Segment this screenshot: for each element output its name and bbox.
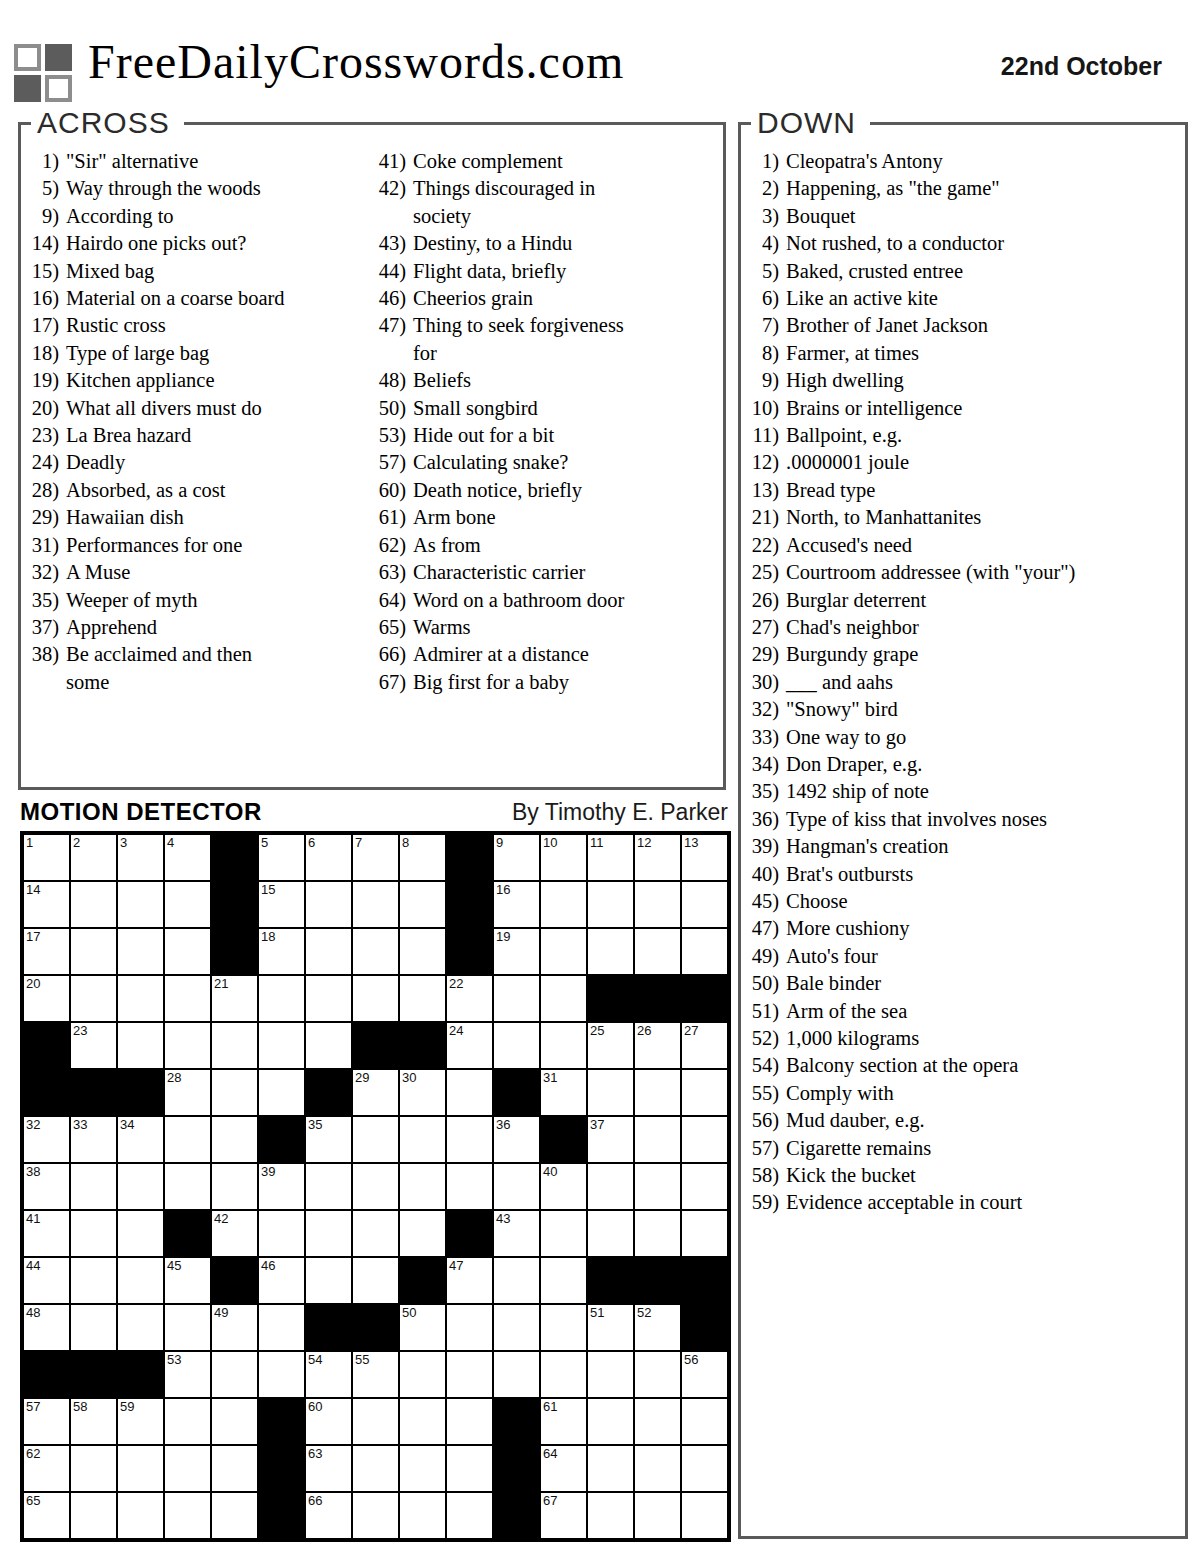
across-clue-46: 46)Cheerios grain — [368, 285, 718, 312]
grid-cell-r9c13[interactable] — [587, 1210, 634, 1257]
grid-cell-r1c3[interactable]: 3 — [117, 834, 164, 881]
grid-cell-r14c14[interactable] — [634, 1445, 681, 1492]
grid-cell-r12c15[interactable]: 56 — [681, 1351, 728, 1398]
clue-number: 44) — [368, 258, 406, 285]
across-clue-15: 15)Mixed bag — [21, 258, 368, 285]
grid-cell-r10c10[interactable]: 47 — [446, 1257, 493, 1304]
down-clue-45: 45)Choose — [741, 888, 1171, 915]
cell-number: 16 — [496, 882, 510, 897]
clue-number: 46) — [368, 285, 406, 312]
clue-number: 2) — [741, 175, 779, 202]
grid-cell-r11c14[interactable]: 52 — [634, 1304, 681, 1351]
down-clue-8: 8)Farmer, at times — [741, 340, 1171, 367]
grid-cell-r6c15[interactable] — [681, 1069, 728, 1116]
grid-cell-r12c6[interactable] — [258, 1351, 305, 1398]
grid-cell-r12c5[interactable] — [211, 1351, 258, 1398]
clue-number: 61) — [368, 504, 406, 531]
clue-number: 54) — [741, 1052, 779, 1079]
grid-cell-r5c5[interactable] — [211, 1022, 258, 1069]
grid-cell-r6c6[interactable] — [258, 1069, 305, 1116]
clue-text: Brother of Janet Jackson — [786, 312, 988, 339]
grid-cell-r12c10[interactable] — [446, 1351, 493, 1398]
grid-cell-r13c1[interactable]: 57 — [23, 1398, 70, 1445]
cell-number: 30 — [402, 1070, 416, 1085]
grid-cell-r5c10[interactable]: 24 — [446, 1022, 493, 1069]
black-cell-r9c4 — [164, 1210, 211, 1257]
grid-cell-r8c12[interactable]: 40 — [540, 1163, 587, 1210]
grid-cell-r15c5[interactable] — [211, 1492, 258, 1539]
clue-number: 15) — [21, 258, 59, 285]
grid-cell-r13c9[interactable] — [399, 1398, 446, 1445]
clue-text: Way through the woods — [66, 175, 261, 202]
down-clue-11: 11)Ballpoint, e.g. — [741, 422, 1171, 449]
clue-text: Balcony section at the opera — [786, 1052, 1018, 1079]
black-cell-r12c2 — [70, 1351, 117, 1398]
black-cell-r15c6 — [258, 1492, 305, 1539]
grid-cell-r10c8[interactable] — [352, 1257, 399, 1304]
clue-number: 26) — [741, 587, 779, 614]
grid-cell-r9c12[interactable] — [540, 1210, 587, 1257]
grid-cell-r6c4[interactable]: 28 — [164, 1069, 211, 1116]
grid-cell-r12c9[interactable] — [399, 1351, 446, 1398]
grid-cell-r5c11[interactable] — [493, 1022, 540, 1069]
grid-cell-r14c7[interactable]: 63 — [305, 1445, 352, 1492]
clue-text: Brains or intelligence — [786, 395, 962, 422]
grid-cell-r9c11[interactable]: 43 — [493, 1210, 540, 1257]
grid-cell-r11c6[interactable] — [258, 1304, 305, 1351]
down-heading: DOWN — [751, 106, 870, 140]
down-clue-25: 25)Courtroom addressee (with "your") — [741, 559, 1171, 586]
across-clue-41: 41)Coke complement — [368, 148, 718, 175]
grid-cell-r7c3[interactable]: 34 — [117, 1116, 164, 1163]
grid-cell-r3c1[interactable]: 17 — [23, 928, 70, 975]
grid-cell-r13c14[interactable] — [634, 1398, 681, 1445]
cell-number: 26 — [637, 1023, 651, 1038]
grid-cell-r3c12[interactable] — [540, 928, 587, 975]
grid-cell-r14c2[interactable] — [70, 1445, 117, 1492]
puzzle-title: MOTION DETECTOR — [20, 798, 262, 826]
clue-number: 37) — [21, 614, 59, 641]
clue-number: 21) — [741, 504, 779, 531]
grid-cell-r9c9[interactable] — [399, 1210, 446, 1257]
clue-text: Cleopatra's Antony — [786, 148, 943, 175]
grid-cell-r4c5[interactable]: 21 — [211, 975, 258, 1022]
clue-number: 56) — [741, 1107, 779, 1134]
grid-cell-r3c15[interactable] — [681, 928, 728, 975]
grid-cell-r3c13[interactable] — [587, 928, 634, 975]
grid-cell-r15c14[interactable] — [634, 1492, 681, 1539]
across-clue-67: 67)Big first for a baby — [368, 669, 718, 696]
clue-number: 60) — [368, 477, 406, 504]
clue-number: 9) — [741, 367, 779, 394]
grid-cell-r8c2[interactable] — [70, 1163, 117, 1210]
clue-number: 29) — [741, 641, 779, 668]
cell-number: 9 — [496, 835, 503, 850]
grid-cell-r14c12[interactable]: 64 — [540, 1445, 587, 1492]
grid-cell-r15c9[interactable] — [399, 1492, 446, 1539]
grid-cell-r8c11[interactable] — [493, 1163, 540, 1210]
clue-number: 58) — [741, 1162, 779, 1189]
grid-cell-r10c11[interactable] — [493, 1257, 540, 1304]
grid-cell-r8c13[interactable] — [587, 1163, 634, 1210]
grid-cell-r11c11[interactable] — [493, 1304, 540, 1351]
grid-cell-r9c2[interactable] — [70, 1210, 117, 1257]
black-cell-r10c13 — [587, 1257, 634, 1304]
grid-cell-r5c14[interactable]: 26 — [634, 1022, 681, 1069]
grid-cell-r5c12[interactable] — [540, 1022, 587, 1069]
down-clue-29: 29)Burgundy grape — [741, 641, 1171, 668]
grid-cell-r5c7[interactable] — [305, 1022, 352, 1069]
grid-cell-r14c15[interactable] — [681, 1445, 728, 1492]
grid-cell-r13c7[interactable]: 60 — [305, 1398, 352, 1445]
grid-cell-r11c10[interactable] — [446, 1304, 493, 1351]
down-clue-13: 13)Bread type — [741, 477, 1171, 504]
clue-number: 4) — [741, 230, 779, 257]
grid-cell-r1c14[interactable]: 12 — [634, 834, 681, 881]
grid-cell-r8c5[interactable] — [211, 1163, 258, 1210]
grid-cell-r6c9[interactable]: 30 — [399, 1069, 446, 1116]
grid-cell-r13c15[interactable] — [681, 1398, 728, 1445]
grid-cell-r6c10[interactable] — [446, 1069, 493, 1116]
grid-cell-r14c9[interactable] — [399, 1445, 446, 1492]
clue-text: Hangman's creation — [786, 833, 949, 860]
cell-number: 25 — [590, 1023, 604, 1038]
clue-text: Bouquet — [786, 203, 855, 230]
grid-cell-r12c13[interactable] — [587, 1351, 634, 1398]
grid-cell-r10c6[interactable]: 46 — [258, 1257, 305, 1304]
grid-cell-r7c14[interactable] — [634, 1116, 681, 1163]
clue-text: Be acclaimed and then some — [66, 641, 252, 696]
grid-cell-r2c6[interactable]: 15 — [258, 881, 305, 928]
grid-cell-r1c7[interactable]: 6 — [305, 834, 352, 881]
grid-cell-r13c4[interactable] — [164, 1398, 211, 1445]
clue-number: 16) — [21, 285, 59, 312]
clue-number: 28) — [21, 477, 59, 504]
cell-number: 1 — [26, 835, 33, 850]
grid-cell-r10c2[interactable] — [70, 1257, 117, 1304]
grid-cell-r7c1[interactable]: 32 — [23, 1116, 70, 1163]
grid-cell-r4c6[interactable] — [258, 975, 305, 1022]
grid-cell-r8c9[interactable] — [399, 1163, 446, 1210]
clue-text: Courtroom addressee (with "your") — [786, 559, 1075, 586]
grid-cell-r1c12[interactable]: 10 — [540, 834, 587, 881]
grid-cell-r3c9[interactable] — [399, 928, 446, 975]
grid-cell-r14c3[interactable] — [117, 1445, 164, 1492]
grid-cell-r1c9[interactable]: 8 — [399, 834, 446, 881]
grid-cell-r9c1[interactable]: 41 — [23, 1210, 70, 1257]
down-clue-10: 10)Brains or intelligence — [741, 395, 1171, 422]
grid-cell-r9c7[interactable] — [305, 1210, 352, 1257]
grid-cell-r2c3[interactable] — [117, 881, 164, 928]
grid-cell-r7c8[interactable] — [352, 1116, 399, 1163]
grid-cell-r11c9[interactable]: 50 — [399, 1304, 446, 1351]
grid-cell-r5c4[interactable] — [164, 1022, 211, 1069]
grid-cell-r7c15[interactable] — [681, 1116, 728, 1163]
clue-text: Things discouraged in society — [413, 175, 595, 230]
grid-cell-r15c8[interactable] — [352, 1492, 399, 1539]
grid-cell-r14c8[interactable] — [352, 1445, 399, 1492]
grid-cell-r5c6[interactable] — [258, 1022, 305, 1069]
puzzle-title-bar: MOTION DETECTOR By Timothy E. Parker — [20, 798, 728, 826]
grid-cell-r2c4[interactable] — [164, 881, 211, 928]
grid-cell-r10c12[interactable] — [540, 1257, 587, 1304]
grid-cell-r6c14[interactable] — [634, 1069, 681, 1116]
black-cell-r10c9 — [399, 1257, 446, 1304]
clue-number: 35) — [741, 778, 779, 805]
black-cell-r6c1 — [23, 1069, 70, 1116]
grid-cell-r9c8[interactable] — [352, 1210, 399, 1257]
across-clue-20: 20)What all divers must do — [21, 395, 368, 422]
cell-number: 22 — [449, 976, 463, 991]
grid-cell-r12c4[interactable]: 53 — [164, 1351, 211, 1398]
grid-cell-r9c5[interactable]: 42 — [211, 1210, 258, 1257]
grid-cell-r8c3[interactable] — [117, 1163, 164, 1210]
grid-cell-r12c14[interactable] — [634, 1351, 681, 1398]
grid-cell-r4c11[interactable] — [493, 975, 540, 1022]
grid-cell-r3c6[interactable]: 18 — [258, 928, 305, 975]
cell-number: 40 — [543, 1164, 557, 1179]
grid-cell-r11c1[interactable]: 48 — [23, 1304, 70, 1351]
across-clue-66: 66)Admirer at a distance — [368, 641, 718, 668]
cell-number: 10 — [543, 835, 557, 850]
grid-cell-r1c13[interactable]: 11 — [587, 834, 634, 881]
clue-text: 1492 ship of note — [786, 778, 929, 805]
grid-cell-r2c15[interactable] — [681, 881, 728, 928]
cell-number: 8 — [402, 835, 409, 850]
grid-cell-r12c7[interactable]: 54 — [305, 1351, 352, 1398]
grid-cell-r15c3[interactable] — [117, 1492, 164, 1539]
grid-cell-r7c9[interactable] — [399, 1116, 446, 1163]
grid-cell-r8c10[interactable] — [446, 1163, 493, 1210]
grid-cell-r1c15[interactable]: 13 — [681, 834, 728, 881]
grid-cell-r15c4[interactable] — [164, 1492, 211, 1539]
grid-cell-r1c4[interactable]: 4 — [164, 834, 211, 881]
grid-cell-r15c13[interactable] — [587, 1492, 634, 1539]
grid-cell-r1c6[interactable]: 5 — [258, 834, 305, 881]
down-clue-6: 6)Like an active kite — [741, 285, 1171, 312]
clue-number: 50) — [368, 395, 406, 422]
grid-cell-r4c7[interactable] — [305, 975, 352, 1022]
grid-cell-r8c15[interactable] — [681, 1163, 728, 1210]
grid-cell-r7c2[interactable]: 33 — [70, 1116, 117, 1163]
grid-cell-r1c1[interactable]: 1 — [23, 834, 70, 881]
grid-cell-r12c8[interactable]: 55 — [352, 1351, 399, 1398]
grid-cell-r13c8[interactable] — [352, 1398, 399, 1445]
clue-number: 38) — [21, 641, 59, 696]
clue-text: Burglar deterrent — [786, 587, 926, 614]
grid-cell-r4c8[interactable] — [352, 975, 399, 1022]
grid-cell-r11c5[interactable]: 49 — [211, 1304, 258, 1351]
grid-cell-r12c12[interactable] — [540, 1351, 587, 1398]
clue-text: North, to Manhattanites — [786, 504, 981, 531]
cell-number: 44 — [26, 1258, 40, 1273]
grid-cell-r10c7[interactable] — [305, 1257, 352, 1304]
black-cell-r7c12 — [540, 1116, 587, 1163]
across-clue-24: 24)Deadly — [21, 449, 368, 476]
clue-number: 10) — [741, 395, 779, 422]
grid-cell-r1c11[interactable]: 9 — [493, 834, 540, 881]
clue-number: 17) — [21, 312, 59, 339]
grid-cell-r6c13[interactable] — [587, 1069, 634, 1116]
grid-cell-r10c1[interactable]: 44 — [23, 1257, 70, 1304]
grid-cell-r2c9[interactable] — [399, 881, 446, 928]
grid-cell-r2c14[interactable] — [634, 881, 681, 928]
clue-number: 57) — [368, 449, 406, 476]
grid-cell-r3c8[interactable] — [352, 928, 399, 975]
across-clue-37: 37)Apprehend — [21, 614, 368, 641]
grid-cell-r14c1[interactable]: 62 — [23, 1445, 70, 1492]
across-clue-28: 28)Absorbed, as a cost — [21, 477, 368, 504]
cell-number: 12 — [637, 835, 651, 850]
down-clue-47: 47)More cushiony — [741, 915, 1171, 942]
grid-cell-r3c14[interactable] — [634, 928, 681, 975]
grid-cell-r10c4[interactable]: 45 — [164, 1257, 211, 1304]
clue-text: Big first for a baby — [413, 669, 569, 696]
down-clue-7: 7)Brother of Janet Jackson — [741, 312, 1171, 339]
grid-cell-r2c13[interactable] — [587, 881, 634, 928]
grid-cell-r15c7[interactable]: 66 — [305, 1492, 352, 1539]
grid-cell-r3c11[interactable]: 19 — [493, 928, 540, 975]
clue-number: 40) — [741, 861, 779, 888]
grid-cell-r15c10[interactable] — [446, 1492, 493, 1539]
grid-cell-r9c14[interactable] — [634, 1210, 681, 1257]
across-clue-5: 5)Way through the woods — [21, 175, 368, 202]
clue-text: Auto's four — [786, 943, 878, 970]
down-clue-58: 58)Kick the bucket — [741, 1162, 1171, 1189]
grid-cell-r14c4[interactable] — [164, 1445, 211, 1492]
grid-cell-r11c2[interactable] — [70, 1304, 117, 1351]
clue-number: 64) — [368, 587, 406, 614]
cell-number: 13 — [684, 835, 698, 850]
cell-number: 52 — [637, 1305, 651, 1320]
grid-cell-r13c2[interactable]: 58 — [70, 1398, 117, 1445]
across-clue-44: 44)Flight data, briefly — [368, 258, 718, 285]
grid-cell-r12c11[interactable] — [493, 1351, 540, 1398]
puzzle-byline: By Timothy E. Parker — [512, 799, 728, 826]
grid-cell-r5c2[interactable]: 23 — [70, 1022, 117, 1069]
clue-text: Brat's outbursts — [786, 861, 913, 888]
grid-cell-r11c3[interactable] — [117, 1304, 164, 1351]
grid-cell-r2c1[interactable]: 14 — [23, 881, 70, 928]
down-clue-2: 2)Happening, as "the game" — [741, 175, 1171, 202]
across-clue-column-1: 1)"Sir" alternative5)Way through the woo… — [21, 148, 368, 696]
black-cell-r14c11 — [493, 1445, 540, 1492]
grid-cell-r1c8[interactable]: 7 — [352, 834, 399, 881]
grid-cell-r3c2[interactable] — [70, 928, 117, 975]
down-clue-32: 32)"Snowy" bird — [741, 696, 1171, 723]
puzzle-date: 22nd October — [1001, 52, 1162, 81]
grid-cell-r4c9[interactable] — [399, 975, 446, 1022]
grid-cell-r8c7[interactable] — [305, 1163, 352, 1210]
black-cell-r12c3 — [117, 1351, 164, 1398]
clue-text: Hide out for a bit — [413, 422, 554, 449]
grid-cell-r15c2[interactable] — [70, 1492, 117, 1539]
grid-cell-r13c10[interactable] — [446, 1398, 493, 1445]
grid-cell-r2c7[interactable] — [305, 881, 352, 928]
grid-cell-r4c10[interactable]: 22 — [446, 975, 493, 1022]
grid-cell-r3c7[interactable] — [305, 928, 352, 975]
grid-cell-r7c5[interactable] — [211, 1116, 258, 1163]
grid-cell-r7c4[interactable] — [164, 1116, 211, 1163]
black-cell-r4c13 — [587, 975, 634, 1022]
cell-number: 63 — [308, 1446, 322, 1461]
grid-cell-r8c4[interactable] — [164, 1163, 211, 1210]
grid-cell-r13c13[interactable] — [587, 1398, 634, 1445]
grid-cell-r7c13[interactable]: 37 — [587, 1116, 634, 1163]
grid-cell-r15c12[interactable]: 67 — [540, 1492, 587, 1539]
grid-cell-r4c1[interactable]: 20 — [23, 975, 70, 1022]
grid-cell-r13c12[interactable]: 61 — [540, 1398, 587, 1445]
clue-text: Arm bone — [413, 504, 496, 531]
grid-cell-r11c13[interactable]: 51 — [587, 1304, 634, 1351]
clue-number: 13) — [741, 477, 779, 504]
grid-cell-r11c12[interactable] — [540, 1304, 587, 1351]
grid-cell-r13c3[interactable]: 59 — [117, 1398, 164, 1445]
clue-number: 63) — [368, 559, 406, 586]
black-cell-r15c11 — [493, 1492, 540, 1539]
down-clue-30: 30)___ and aahs — [741, 669, 1171, 696]
grid-cell-r5c3[interactable] — [117, 1022, 164, 1069]
grid-cell-r9c3[interactable] — [117, 1210, 164, 1257]
grid-cell-r2c11[interactable]: 16 — [493, 881, 540, 928]
grid-cell-r8c6[interactable]: 39 — [258, 1163, 305, 1210]
grid-cell-r10c3[interactable] — [117, 1257, 164, 1304]
grid-cell-r15c15[interactable] — [681, 1492, 728, 1539]
grid-cell-r5c15[interactable]: 27 — [681, 1022, 728, 1069]
cell-number: 64 — [543, 1446, 557, 1461]
black-cell-r2c5 — [211, 881, 258, 928]
grid-cell-r7c10[interactable] — [446, 1116, 493, 1163]
grid-cell-r7c7[interactable]: 35 — [305, 1116, 352, 1163]
grid-cell-r6c5[interactable] — [211, 1069, 258, 1116]
grid-cell-r2c12[interactable] — [540, 881, 587, 928]
grid-cell-r5c13[interactable]: 25 — [587, 1022, 634, 1069]
grid-cell-r4c3[interactable] — [117, 975, 164, 1022]
grid-cell-r6c12[interactable]: 31 — [540, 1069, 587, 1116]
grid-cell-r8c1[interactable]: 38 — [23, 1163, 70, 1210]
grid-cell-r14c5[interactable] — [211, 1445, 258, 1492]
clue-text: Comply with — [786, 1080, 894, 1107]
clue-number: 19) — [21, 367, 59, 394]
grid-cell-r14c10[interactable] — [446, 1445, 493, 1492]
grid-cell-r1c2[interactable]: 2 — [70, 834, 117, 881]
grid-cell-r6c8[interactable]: 29 — [352, 1069, 399, 1116]
grid-cell-r2c8[interactable] — [352, 881, 399, 928]
black-cell-r9c10 — [446, 1210, 493, 1257]
clue-number: 24) — [21, 449, 59, 476]
clue-number: 59) — [741, 1189, 779, 1216]
grid-cell-r8c8[interactable] — [352, 1163, 399, 1210]
grid-cell-r4c4[interactable] — [164, 975, 211, 1022]
grid-cell-r7c11[interactable]: 36 — [493, 1116, 540, 1163]
grid-cell-r4c2[interactable] — [70, 975, 117, 1022]
down-clue-9: 9)High dwelling — [741, 367, 1171, 394]
grid-cell-r11c4[interactable] — [164, 1304, 211, 1351]
grid-cell-r3c4[interactable] — [164, 928, 211, 975]
grid-cell-r3c3[interactable] — [117, 928, 164, 975]
grid-cell-r2c2[interactable] — [70, 881, 117, 928]
cell-number: 5 — [261, 835, 268, 850]
grid-cell-r15c1[interactable]: 65 — [23, 1492, 70, 1539]
clue-number: 31) — [21, 532, 59, 559]
grid-cell-r14c13[interactable] — [587, 1445, 634, 1492]
grid-cell-r9c6[interactable] — [258, 1210, 305, 1257]
grid-cell-r9c15[interactable] — [681, 1210, 728, 1257]
across-clue-48: 48)Beliefs — [368, 367, 718, 394]
grid-cell-r4c12[interactable] — [540, 975, 587, 1022]
grid-cell-r13c5[interactable] — [211, 1398, 258, 1445]
grid-cell-r8c14[interactable] — [634, 1163, 681, 1210]
